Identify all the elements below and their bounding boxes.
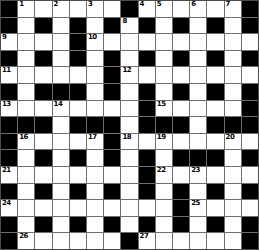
black-cell-r0c7 [121, 1, 137, 17]
clue-number-22: 22 [157, 167, 166, 174]
white-cell-r12c1[interactable] [18, 200, 34, 216]
white-cell-r0c3[interactable]: 2 [53, 1, 69, 17]
white-cell-r3c9[interactable] [156, 51, 172, 67]
white-cell-r2c8[interactable] [139, 34, 155, 50]
white-cell-r3c11[interactable] [190, 51, 206, 67]
white-cell-r12c4[interactable] [70, 200, 86, 216]
white-cell-r4c7[interactable]: 12 [121, 67, 137, 83]
white-cell-r9c9[interactable] [156, 150, 172, 166]
clue-number-9: 9 [2, 34, 6, 41]
white-cell-r4c10[interactable] [173, 67, 189, 83]
white-cell-r9c3[interactable] [53, 150, 69, 166]
clue-number-14: 14 [54, 101, 63, 108]
white-cell-r14c9[interactable] [156, 233, 172, 249]
black-cell-r5c6 [104, 84, 120, 100]
black-cell-r5c10 [173, 84, 189, 100]
black-cell-r1c14 [242, 18, 258, 34]
white-cell-r12c12[interactable] [207, 200, 223, 216]
clue-number-7: 7 [226, 1, 230, 8]
black-cell-r2c4 [70, 34, 86, 50]
white-cell-r11c1[interactable] [18, 184, 34, 200]
black-cell-r11c0 [1, 184, 17, 200]
white-cell-r2c10[interactable] [173, 34, 189, 50]
white-cell-r10c11[interactable]: 23 [190, 167, 206, 183]
black-cell-r14c0 [1, 233, 17, 249]
white-cell-r2c13[interactable] [225, 34, 241, 50]
black-cell-r9c4 [70, 150, 86, 166]
white-cell-r8c10[interactable] [173, 134, 189, 150]
white-cell-r8c7[interactable]: 18 [121, 134, 137, 150]
black-cell-r9c12 [207, 150, 223, 166]
clue-number-15: 15 [157, 101, 166, 108]
black-cell-r3c2 [35, 51, 51, 67]
black-cell-r13c6 [104, 217, 120, 233]
white-cell-r10c12[interactable] [207, 167, 223, 183]
white-cell-r8c8[interactable] [139, 134, 155, 150]
black-cell-r3c4 [70, 51, 86, 67]
clue-number-23: 23 [191, 167, 200, 174]
white-cell-r3c5[interactable] [87, 51, 103, 67]
white-cell-r14c13[interactable] [225, 233, 241, 249]
black-cell-r11c14 [242, 184, 258, 200]
white-cell-r8c5[interactable]: 17 [87, 134, 103, 150]
white-cell-r11c9[interactable] [156, 184, 172, 200]
white-cell-r12c5[interactable] [87, 200, 103, 216]
white-cell-r10c13[interactable] [225, 167, 241, 183]
black-cell-r11c12 [207, 184, 223, 200]
clue-number-24: 24 [2, 200, 11, 207]
white-cell-r10c3[interactable] [53, 167, 69, 183]
black-cell-r12c10 [173, 200, 189, 216]
black-cell-r13c4 [70, 217, 86, 233]
white-cell-r12c9[interactable] [156, 200, 172, 216]
white-cell-r1c7[interactable]: 8 [121, 18, 137, 34]
white-cell-r10c0[interactable]: 21 [1, 167, 17, 183]
black-cell-r1c4 [70, 18, 86, 34]
clue-number-16: 16 [19, 134, 28, 141]
black-cell-r7c12 [207, 117, 223, 133]
white-cell-r14c6[interactable] [104, 233, 120, 249]
white-cell-r6c12[interactable] [207, 101, 223, 117]
black-cell-r5c0 [1, 84, 17, 100]
white-cell-r4c12[interactable] [207, 67, 223, 83]
white-cell-r4c1[interactable] [18, 67, 34, 83]
white-cell-r9c7[interactable] [121, 150, 137, 166]
white-cell-r8c9[interactable]: 19 [156, 134, 172, 150]
black-cell-r5c14 [242, 84, 258, 100]
clue-number-5: 5 [157, 1, 161, 8]
black-cell-r5c4 [70, 84, 86, 100]
black-cell-r13c8 [139, 217, 155, 233]
black-cell-r1c6 [104, 18, 120, 34]
white-cell-r12c0[interactable]: 24 [1, 200, 17, 216]
white-cell-r9c5[interactable] [87, 150, 103, 166]
white-cell-r0c11[interactable]: 6 [190, 1, 206, 17]
white-cell-r4c8[interactable] [139, 67, 155, 83]
white-cell-r2c5[interactable]: 10 [87, 34, 103, 50]
white-cell-r6c2[interactable] [35, 101, 51, 117]
clue-number-19: 19 [157, 134, 166, 141]
white-cell-r0c4[interactable] [70, 1, 86, 17]
white-cell-r11c11[interactable] [190, 184, 206, 200]
white-cell-r1c13[interactable] [225, 18, 241, 34]
white-cell-r14c5[interactable] [87, 233, 103, 249]
clue-number-2: 2 [54, 1, 58, 8]
white-cell-r13c3[interactable] [53, 217, 69, 233]
white-cell-r6c5[interactable] [87, 101, 103, 117]
black-cell-r9c8 [139, 150, 155, 166]
clue-number-18: 18 [122, 134, 131, 141]
white-cell-r2c9[interactable] [156, 34, 172, 50]
black-cell-r1c8 [139, 18, 155, 34]
black-cell-r7c5 [87, 117, 103, 133]
white-cell-r5c9[interactable] [156, 84, 172, 100]
black-cell-r0c0 [1, 1, 17, 17]
black-cell-r1c12 [207, 18, 223, 34]
white-cell-r8c4[interactable] [70, 134, 86, 150]
white-cell-r14c1[interactable]: 26 [18, 233, 34, 249]
white-cell-r6c6[interactable] [104, 101, 120, 117]
white-cell-r5c13[interactable] [225, 84, 241, 100]
white-cell-r2c3[interactable] [53, 34, 69, 50]
white-cell-r14c11[interactable] [190, 233, 206, 249]
white-cell-r12c14[interactable] [242, 200, 258, 216]
black-cell-r7c9 [156, 117, 172, 133]
white-cell-r13c5[interactable] [87, 217, 103, 233]
white-cell-r10c10[interactable] [173, 167, 189, 183]
black-cell-r7c1 [18, 117, 34, 133]
black-cell-r11c4 [70, 184, 86, 200]
black-cell-r7c10 [173, 117, 189, 133]
white-cell-r0c12[interactable] [207, 1, 223, 17]
black-cell-r9c11 [190, 150, 206, 166]
white-cell-r8c3[interactable] [53, 134, 69, 150]
white-cell-r11c3[interactable] [53, 184, 69, 200]
black-cell-r13c2 [35, 217, 51, 233]
white-cell-r6c13[interactable] [225, 101, 241, 117]
white-cell-r12c8[interactable] [139, 200, 155, 216]
black-cell-r6c14 [242, 101, 258, 117]
white-cell-r2c2[interactable] [35, 34, 51, 50]
white-cell-r10c14[interactable] [242, 167, 258, 183]
white-cell-r4c13[interactable] [225, 67, 241, 83]
black-cell-r3c12 [207, 51, 223, 67]
white-cell-r13c7[interactable] [121, 217, 137, 233]
white-cell-r1c1[interactable] [18, 18, 34, 34]
black-cell-r7c0 [1, 117, 17, 133]
white-cell-r0c5[interactable]: 3 [87, 1, 103, 17]
white-cell-r6c1[interactable] [18, 101, 34, 117]
white-cell-r13c11[interactable] [190, 217, 206, 233]
white-cell-r6c0[interactable]: 13 [1, 101, 17, 117]
white-cell-r2c6[interactable] [104, 34, 120, 50]
white-cell-r4c14[interactable] [242, 67, 258, 83]
clue-number-6: 6 [191, 1, 195, 8]
white-cell-r2c12[interactable] [207, 34, 223, 50]
white-cell-r12c6[interactable] [104, 200, 120, 216]
clue-number-8: 8 [122, 18, 126, 25]
black-cell-r14c7 [121, 233, 137, 249]
clue-number-4: 4 [140, 1, 144, 8]
white-cell-r13c1[interactable] [18, 217, 34, 233]
white-cell-r1c3[interactable] [53, 18, 69, 34]
white-cell-r8c14[interactable] [242, 134, 258, 150]
white-cell-r8c1[interactable]: 16 [18, 134, 34, 150]
black-cell-r3c8 [139, 51, 155, 67]
white-cell-r5c1[interactable] [18, 84, 34, 100]
black-cell-r8c0 [1, 134, 17, 150]
black-cell-r9c10 [173, 150, 189, 166]
black-cell-r11c10 [173, 184, 189, 200]
white-cell-r12c11[interactable]: 25 [190, 200, 206, 216]
white-cell-r13c9[interactable] [156, 217, 172, 233]
crossword-grid: 1234567891011121314151617181920212223242… [0, 0, 259, 250]
white-cell-r8c2[interactable] [35, 134, 51, 150]
white-cell-r10c5[interactable] [87, 167, 103, 183]
white-cell-r8c13[interactable]: 20 [225, 134, 241, 150]
white-cell-r10c4[interactable] [70, 167, 86, 183]
clue-number-12: 12 [122, 67, 131, 74]
white-cell-r0c13[interactable]: 7 [225, 1, 241, 17]
black-cell-r5c8 [139, 84, 155, 100]
white-cell-r4c5[interactable] [87, 67, 103, 83]
black-cell-r11c6 [104, 184, 120, 200]
white-cell-r2c7[interactable] [121, 34, 137, 50]
white-cell-r3c1[interactable] [18, 51, 34, 67]
white-cell-r3c3[interactable] [53, 51, 69, 67]
black-cell-r10c8 [139, 167, 155, 183]
black-cell-r7c8 [139, 117, 155, 133]
white-cell-r11c7[interactable] [121, 184, 137, 200]
clue-number-21: 21 [2, 167, 11, 174]
black-cell-r3c6 [104, 51, 120, 67]
white-cell-r4c11[interactable] [190, 67, 206, 83]
black-cell-r0c14 [242, 1, 258, 17]
white-cell-r12c3[interactable] [53, 200, 69, 216]
white-cell-r2c1[interactable] [18, 34, 34, 50]
white-cell-r10c9[interactable]: 22 [156, 167, 172, 183]
white-cell-r4c4[interactable] [70, 67, 86, 83]
black-cell-r7c2 [35, 117, 51, 133]
white-cell-r7c7[interactable] [121, 117, 137, 133]
white-cell-r1c9[interactable] [156, 18, 172, 34]
black-cell-r13c10 [173, 217, 189, 233]
white-cell-r4c0[interactable]: 11 [1, 67, 17, 83]
white-cell-r9c1[interactable] [18, 150, 34, 166]
white-cell-r5c7[interactable] [121, 84, 137, 100]
black-cell-r13c12 [207, 217, 223, 233]
black-cell-r1c10 [173, 18, 189, 34]
white-cell-r14c4[interactable] [70, 233, 86, 249]
white-cell-r5c5[interactable] [87, 84, 103, 100]
black-cell-r13c0 [1, 217, 17, 233]
white-cell-r1c11[interactable] [190, 18, 206, 34]
white-cell-r11c5[interactable] [87, 184, 103, 200]
clue-number-13: 13 [2, 101, 11, 108]
white-cell-r0c8[interactable]: 4 [139, 1, 155, 17]
clue-number-25: 25 [191, 200, 200, 207]
white-cell-r13c13[interactable] [225, 217, 241, 233]
white-cell-r11c13[interactable] [225, 184, 241, 200]
black-cell-r5c2 [35, 84, 51, 100]
black-cell-r5c3 [53, 84, 69, 100]
white-cell-r6c3[interactable]: 14 [53, 101, 69, 117]
black-cell-r7c14 [242, 117, 258, 133]
white-cell-r8c11[interactable] [190, 134, 206, 150]
white-cell-r5c11[interactable] [190, 84, 206, 100]
white-cell-r4c3[interactable] [53, 67, 69, 83]
black-cell-r7c4 [70, 117, 86, 133]
black-cell-r7c13 [225, 117, 241, 133]
black-cell-r6c8 [139, 101, 155, 117]
white-cell-r0c6[interactable] [104, 1, 120, 17]
white-cell-r4c2[interactable] [35, 67, 51, 83]
white-cell-r6c10[interactable] [173, 101, 189, 117]
black-cell-r11c8 [139, 184, 155, 200]
clue-number-26: 26 [19, 233, 28, 240]
white-cell-r9c13[interactable] [225, 150, 241, 166]
black-cell-r14c14 [242, 233, 258, 249]
clue-number-3: 3 [88, 1, 92, 8]
white-cell-r12c7[interactable] [121, 200, 137, 216]
black-cell-r3c14 [242, 51, 258, 67]
white-cell-r0c10[interactable] [173, 1, 189, 17]
black-cell-r7c6 [104, 117, 120, 133]
white-cell-r14c3[interactable] [53, 233, 69, 249]
black-cell-r1c2 [35, 18, 51, 34]
white-cell-r6c9[interactable]: 15 [156, 101, 172, 117]
white-cell-r0c9[interactable]: 5 [156, 1, 172, 17]
white-cell-r10c1[interactable] [18, 167, 34, 183]
black-cell-r9c14 [242, 150, 258, 166]
black-cell-r3c10 [173, 51, 189, 67]
black-cell-r3c0 [1, 51, 17, 67]
clue-number-10: 10 [88, 34, 97, 41]
white-cell-r14c2[interactable] [35, 233, 51, 249]
black-cell-r9c0 [1, 150, 17, 166]
white-cell-r2c11[interactable] [190, 34, 206, 50]
black-cell-r8c6 [104, 134, 120, 150]
white-cell-r14c10[interactable] [173, 233, 189, 249]
white-cell-r14c8[interactable]: 27 [139, 233, 155, 249]
clue-number-11: 11 [2, 67, 11, 74]
white-cell-r8c12[interactable] [207, 134, 223, 150]
white-cell-r1c5[interactable] [87, 18, 103, 34]
white-cell-r10c7[interactable] [121, 167, 137, 183]
black-cell-r9c2 [35, 150, 51, 166]
white-cell-r2c0[interactable]: 9 [1, 34, 17, 50]
white-cell-r6c4[interactable] [70, 101, 86, 117]
white-cell-r12c2[interactable] [35, 200, 51, 216]
white-cell-r3c7[interactable] [121, 51, 137, 67]
clue-number-17: 17 [88, 134, 97, 141]
white-cell-r12c13[interactable] [225, 200, 241, 216]
white-cell-r7c11[interactable] [190, 117, 206, 133]
black-cell-r11c2 [35, 184, 51, 200]
black-cell-r5c12 [207, 84, 223, 100]
clue-number-27: 27 [140, 233, 149, 240]
white-cell-r4c9[interactable] [156, 67, 172, 83]
black-cell-r1c0 [1, 18, 17, 34]
black-cell-r4c6 [104, 67, 120, 83]
black-cell-r13c14 [242, 217, 258, 233]
white-cell-r0c2[interactable] [35, 1, 51, 17]
white-cell-r6c7[interactable] [121, 101, 137, 117]
white-cell-r10c6[interactable] [104, 167, 120, 183]
clue-number-1: 1 [19, 1, 23, 8]
white-cell-r14c12[interactable] [207, 233, 223, 249]
clue-number-20: 20 [226, 134, 235, 141]
white-cell-r3c13[interactable] [225, 51, 241, 67]
white-cell-r10c2[interactable] [35, 167, 51, 183]
white-cell-r0c1[interactable]: 1 [18, 1, 34, 17]
black-cell-r9c6 [104, 150, 120, 166]
white-cell-r7c3[interactable] [53, 117, 69, 133]
white-cell-r2c14[interactable] [242, 34, 258, 50]
white-cell-r6c11[interactable] [190, 101, 206, 117]
